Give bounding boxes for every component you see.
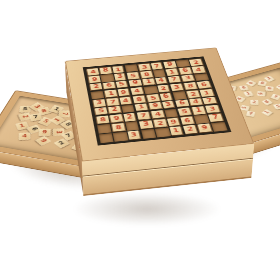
sudoku-cell-r9c9[interactable] [211, 122, 228, 132]
number-tile[interactable]: 3 [93, 99, 106, 107]
number-tile[interactable]: 2 [124, 113, 136, 121]
box-lid: 4813792935816426591473194238637485621521… [65, 47, 255, 161]
number-tile[interactable]: 8 [184, 82, 197, 90]
number-tile[interactable]: 9 [198, 124, 212, 133]
number-tile[interactable]: 4 [155, 77, 167, 84]
loose-number-tile[interactable]: 6 [239, 86, 249, 91]
number-tile[interactable]: 9 [129, 80, 142, 87]
number-tile[interactable]: 2 [186, 90, 200, 98]
number-tile[interactable]: 4 [131, 87, 144, 95]
number-tile[interactable]: 8 [140, 71, 153, 79]
number-tile[interactable]: 1 [104, 90, 117, 98]
sudoku-grid: 4813792935816426591473194238637485621521… [83, 56, 232, 145]
lid-seam [82, 158, 253, 177]
loose-number-tile[interactable]: 9 [39, 129, 51, 136]
loose-number-tile[interactable]: 1 [262, 109, 273, 116]
number-tile[interactable]: 7 [151, 62, 163, 69]
number-tile[interactable]: 1 [142, 78, 155, 85]
number-tile[interactable]: 7 [202, 97, 217, 105]
number-tile[interactable]: 1 [200, 89, 214, 97]
loose-number-tile[interactable]: 7 [59, 110, 71, 117]
number-tile[interactable]: 3 [181, 75, 194, 82]
number-tile[interactable]: 7 [168, 76, 181, 83]
number-tile[interactable]: 9 [164, 61, 177, 68]
number-tile[interactable]: 4 [192, 66, 206, 73]
number-tile[interactable]: 9 [88, 76, 100, 83]
number-tile[interactable]: 5 [116, 81, 128, 88]
number-tile[interactable]: 1 [170, 126, 183, 135]
number-tile[interactable]: 3 [171, 84, 185, 92]
number-tile[interactable]: 2 [158, 85, 170, 93]
number-tile[interactable]: 6 [103, 82, 115, 89]
number-tile[interactable]: 6 [179, 67, 192, 74]
number-tile[interactable]: 3 [114, 73, 126, 80]
number-tile[interactable]: 5 [178, 108, 192, 117]
number-tile[interactable]: 5 [94, 107, 107, 115]
number-tile[interactable]: 4 [189, 98, 202, 105]
loose-number-tile[interactable]: 9 [35, 136, 51, 146]
number-tile[interactable]: 9 [149, 102, 162, 109]
loose-number-tile[interactable]: 5 [273, 104, 280, 110]
number-tile[interactable]: 8 [99, 67, 111, 74]
number-tile[interactable]: 8 [133, 95, 146, 103]
number-tile[interactable]: 4 [151, 110, 165, 118]
number-tile[interactable]: 3 [205, 105, 220, 113]
loose-number-tile[interactable]: 7 [271, 94, 280, 100]
number-tile[interactable]: 2 [183, 125, 198, 134]
number-tile[interactable]: 2 [108, 106, 121, 114]
number-tile[interactable]: 5 [127, 72, 139, 79]
number-tile[interactable]: 1 [135, 103, 148, 111]
number-tile[interactable]: 2 [89, 83, 102, 90]
loose-number-tile[interactable]: 3 [275, 84, 280, 90]
number-tile[interactable]: 9 [167, 118, 180, 126]
number-tile[interactable]: 3 [140, 120, 154, 129]
number-tile[interactable]: 9 [118, 89, 130, 97]
sudoku-box: 4813792935816426591473194238637485621521… [66, 78, 251, 194]
3d-world: 538172946275183694169372854926 371592648… [0, 0, 280, 280]
product-photo-wooden-sudoku: 538172946275183694169372854926 371592648… [0, 0, 280, 280]
number-tile[interactable]: 7 [138, 112, 151, 120]
loose-number-tile[interactable]: 2 [251, 100, 259, 105]
number-tile[interactable]: 9 [110, 114, 124, 123]
number-tile[interactable]: 7 [208, 113, 223, 122]
number-tile[interactable]: 8 [112, 123, 125, 132]
number-tile[interactable]: 6 [181, 116, 195, 124]
number-tile[interactable]: 3 [162, 101, 175, 109]
number-tile[interactable]: 1 [113, 66, 124, 73]
number-tile[interactable]: 7 [106, 98, 119, 106]
loose-number-tile[interactable]: 9 [257, 91, 266, 96]
number-tile[interactable]: 3 [138, 63, 151, 70]
number-tile[interactable]: 4 [120, 97, 132, 105]
number-tile[interactable]: 8 [96, 116, 109, 124]
loose-number-tile[interactable]: 1 [243, 91, 253, 97]
loose-number-tile[interactable]: 6 [265, 86, 273, 91]
box-ground-shadow [72, 192, 222, 226]
loose-number-tile[interactable]: 7 [246, 111, 255, 117]
number-tile[interactable]: 1 [192, 106, 206, 114]
number-tile[interactable]: 6 [160, 93, 172, 101]
number-tile[interactable]: 3 [128, 131, 141, 140]
number-tile[interactable]: 5 [146, 94, 160, 102]
loose-number-tile[interactable]: 8 [262, 99, 273, 106]
number-tile[interactable]: 6 [176, 100, 189, 107]
number-tile[interactable]: 2 [154, 119, 167, 127]
loose-number-tile[interactable]: 4 [19, 133, 30, 141]
